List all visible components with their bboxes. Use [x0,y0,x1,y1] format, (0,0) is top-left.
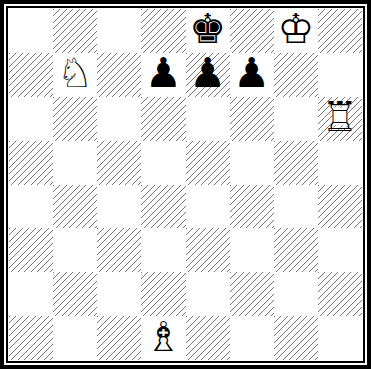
square-d8[interactable] [141,9,185,53]
piece-outline-layer: ♟ [141,52,185,96]
square-g3[interactable] [274,228,318,272]
square-a8[interactable] [9,9,53,53]
square-e6[interactable] [186,97,230,141]
square-c1[interactable] [97,316,141,360]
square-g8[interactable]: ♚♔ [274,9,318,53]
square-g6[interactable] [274,97,318,141]
square-g2[interactable] [274,272,318,316]
square-g4[interactable] [274,185,318,229]
chess-diagram: ♚♚♔♞♘♟♟♟♜♖♝♗ [0,0,371,369]
piece-white-knight-b7[interactable]: ♞♘ [53,53,97,97]
square-d7[interactable]: ♟ [141,53,185,97]
square-f3[interactable] [230,228,274,272]
piece-outline-layer: ♟ [186,52,230,96]
square-f8[interactable] [230,9,274,53]
piece-outline-layer: ♚ [186,8,230,52]
square-d5[interactable] [141,141,185,185]
square-c6[interactable] [97,97,141,141]
square-e1[interactable] [186,316,230,360]
square-h1[interactable] [318,316,362,360]
square-b7[interactable]: ♞♘ [53,53,97,97]
piece-outline-layer: ♟ [230,52,274,96]
square-e4[interactable] [186,185,230,229]
square-h8[interactable] [318,9,362,53]
square-a3[interactable] [9,228,53,272]
piece-black-king-e8[interactable]: ♚ [186,9,230,53]
square-c8[interactable] [97,9,141,53]
square-g7[interactable] [274,53,318,97]
square-b3[interactable] [53,228,97,272]
piece-outline-layer: ♗ [141,315,185,359]
square-d6[interactable] [141,97,185,141]
piece-outline-layer: ♖ [318,96,362,140]
square-e5[interactable] [186,141,230,185]
piece-white-king-g8[interactable]: ♚♔ [274,9,318,53]
piece-white-bishop-d1[interactable]: ♝♗ [141,316,185,360]
square-d2[interactable] [141,272,185,316]
square-a4[interactable] [9,185,53,229]
square-f1[interactable] [230,316,274,360]
square-e2[interactable] [186,272,230,316]
square-h2[interactable] [318,272,362,316]
piece-white-rook-h6[interactable]: ♜♖ [318,97,362,141]
board-frame-inner: ♚♚♔♞♘♟♟♟♜♖♝♗ [6,6,365,363]
square-h3[interactable] [318,228,362,272]
square-e7[interactable]: ♟ [186,53,230,97]
square-g5[interactable] [274,141,318,185]
square-f2[interactable] [230,272,274,316]
square-a7[interactable] [9,53,53,97]
square-f7[interactable]: ♟ [230,53,274,97]
piece-black-pawn-d7[interactable]: ♟ [141,53,185,97]
square-a6[interactable] [9,97,53,141]
square-f6[interactable] [230,97,274,141]
piece-outline-layer: ♘ [53,52,97,96]
square-h7[interactable] [318,53,362,97]
square-f5[interactable] [230,141,274,185]
square-a5[interactable] [9,141,53,185]
square-b6[interactable] [53,97,97,141]
square-b8[interactable] [53,9,97,53]
square-c5[interactable] [97,141,141,185]
square-c3[interactable] [97,228,141,272]
square-h6[interactable]: ♜♖ [318,97,362,141]
square-f4[interactable] [230,185,274,229]
square-c2[interactable] [97,272,141,316]
square-b5[interactable] [53,141,97,185]
piece-black-pawn-f7[interactable]: ♟ [230,53,274,97]
square-e3[interactable] [186,228,230,272]
square-e8[interactable]: ♚ [186,9,230,53]
chess-board: ♚♚♔♞♘♟♟♟♜♖♝♗ [9,9,362,360]
square-b2[interactable] [53,272,97,316]
square-d3[interactable] [141,228,185,272]
square-b4[interactable] [53,185,97,229]
square-g1[interactable] [274,316,318,360]
square-d4[interactable] [141,185,185,229]
square-a2[interactable] [9,272,53,316]
square-c4[interactable] [97,185,141,229]
square-a1[interactable] [9,316,53,360]
piece-outline-layer: ♔ [274,8,318,52]
square-c7[interactable] [97,53,141,97]
piece-black-pawn-e7[interactable]: ♟ [186,53,230,97]
square-h4[interactable] [318,185,362,229]
square-d1[interactable]: ♝♗ [141,316,185,360]
square-h5[interactable] [318,141,362,185]
square-b1[interactable] [53,316,97,360]
